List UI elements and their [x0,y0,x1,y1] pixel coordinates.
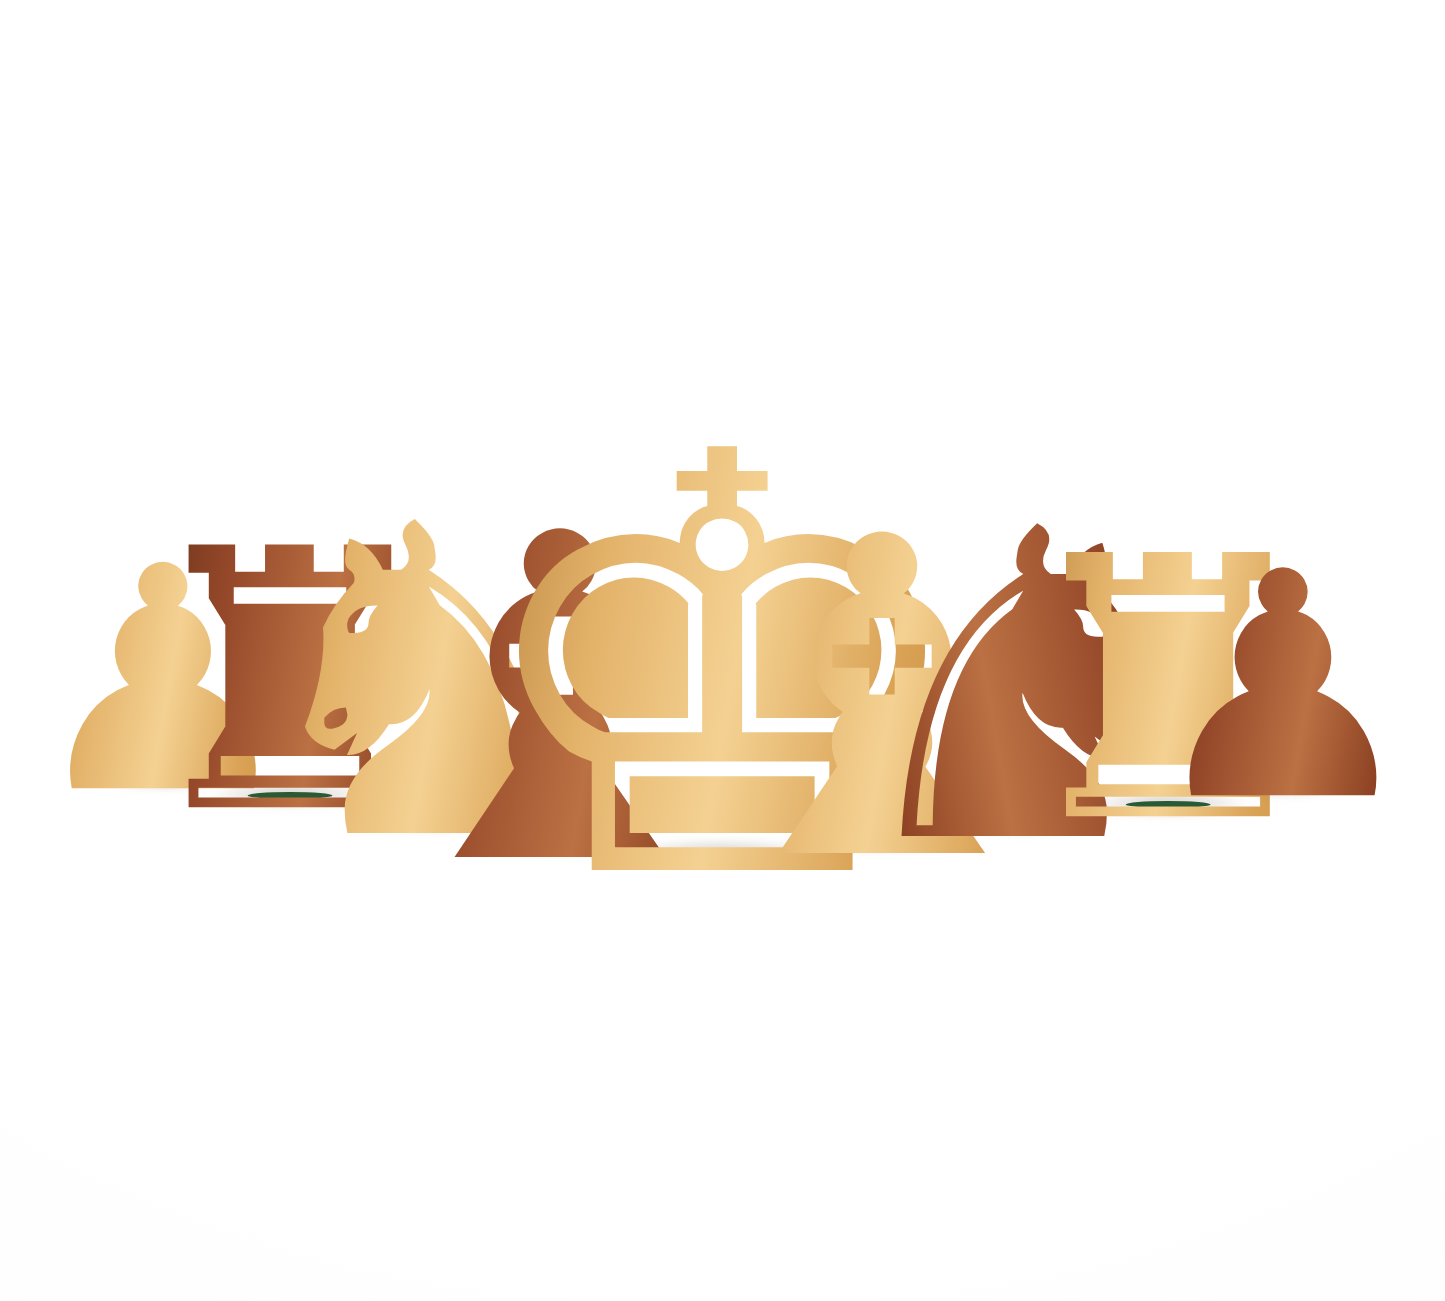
dark-pawn: ♟ [1143,531,1423,787]
chess-set-product-photo: ♟ ♜ ♞ ♝ ♚ ♝ ♞ ♜ ♟ [0,0,1445,1301]
pawn-piece-glyph: ♟ [1143,531,1423,843]
